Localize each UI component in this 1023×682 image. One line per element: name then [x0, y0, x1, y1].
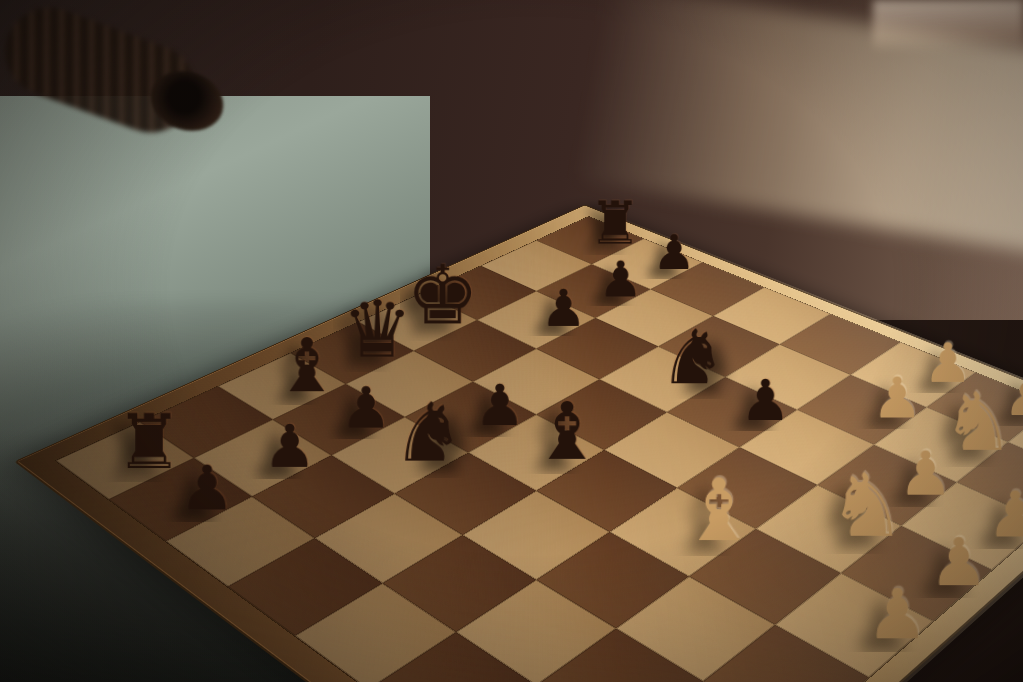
black-pawn: ♟	[156, 457, 258, 519]
sunlit-wall-patch	[873, 0, 1023, 52]
black-pawn: ♟	[719, 372, 813, 429]
black-pawn: ♟	[521, 283, 606, 334]
black-knight: ♞	[380, 392, 478, 474]
black-bishop: ♝	[518, 392, 616, 471]
photo-scene: ♜♝♛♚♜♟♟♟♟♟♟♞♟♝♞♟♝♟♟♞♟♞♟♟♟♟♟	[0, 0, 1023, 682]
white-bishop: ♝	[666, 468, 771, 554]
white-pawn: ♟	[840, 580, 955, 649]
